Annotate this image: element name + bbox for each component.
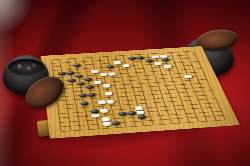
hoshi-point (85, 115, 88, 117)
hoshi-point (76, 68, 79, 69)
bowl-opening-with-stones (8, 59, 44, 77)
board-cell[interactable] (220, 117, 231, 122)
hoshi-point (81, 91, 84, 92)
hoshi-point (131, 87, 134, 88)
hoshi-point (173, 62, 176, 63)
hoshi-point (182, 84, 185, 85)
hoshi-point (191, 108, 194, 110)
white-stone (101, 117, 110, 122)
white-stone (99, 108, 108, 112)
go-board-grid (47, 49, 230, 134)
white-stone (97, 100, 106, 104)
photo-scene (0, 0, 250, 166)
